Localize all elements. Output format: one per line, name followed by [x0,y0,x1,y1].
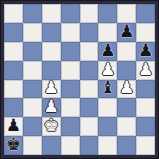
square-e6[interactable] [80,42,99,61]
square-h4[interactable] [136,80,155,99]
square-d2[interactable] [61,117,80,136]
square-h7[interactable] [136,23,155,42]
square-c6[interactable] [42,42,61,61]
square-e1[interactable] [80,136,99,155]
chess-board-frame: ♟♟♟♟♟♟♝♟♟♟♚♚ [0,0,159,159]
square-d1[interactable] [61,136,80,155]
black-pawn[interactable]: ♟ [138,42,153,59]
square-b6[interactable] [23,42,42,61]
square-h5[interactable]: ♟ [136,61,155,80]
square-f6[interactable]: ♟ [98,42,117,61]
square-d8[interactable] [61,4,80,23]
square-d6[interactable] [61,42,80,61]
square-f7[interactable] [98,23,117,42]
square-d7[interactable] [61,23,80,42]
square-c5[interactable] [42,61,61,80]
square-c1[interactable] [42,136,61,155]
square-a7[interactable] [4,23,23,42]
square-h6[interactable]: ♟ [136,42,155,61]
white-pawn[interactable]: ♟ [119,80,134,97]
square-g7[interactable]: ♟ [117,23,136,42]
black-king[interactable]: ♚ [6,136,21,153]
square-c8[interactable] [42,4,61,23]
square-h3[interactable] [136,98,155,117]
square-g2[interactable] [117,117,136,136]
square-g4[interactable]: ♟ [117,80,136,99]
square-d4[interactable] [61,80,80,99]
square-a3[interactable] [4,98,23,117]
square-e3[interactable] [80,98,99,117]
square-h8[interactable] [136,4,155,23]
white-king[interactable]: ♚ [44,117,59,134]
square-e7[interactable] [80,23,99,42]
square-e8[interactable] [80,4,99,23]
square-e4[interactable] [80,80,99,99]
square-g1[interactable] [117,136,136,155]
chess-board: ♟♟♟♟♟♟♝♟♟♟♚♚ [4,4,155,155]
square-f2[interactable] [98,117,117,136]
square-h1[interactable] [136,136,155,155]
square-e2[interactable] [80,117,99,136]
square-e5[interactable] [80,61,99,80]
square-f1[interactable] [98,136,117,155]
square-f4[interactable]: ♝ [98,80,117,99]
square-g6[interactable] [117,42,136,61]
square-g3[interactable] [117,98,136,117]
square-c4[interactable]: ♟ [42,80,61,99]
square-h2[interactable] [136,117,155,136]
black-pawn[interactable]: ♟ [100,42,115,59]
square-d3[interactable] [61,98,80,117]
square-a8[interactable] [4,4,23,23]
square-b2[interactable] [23,117,42,136]
square-b5[interactable] [23,61,42,80]
black-pawn[interactable]: ♟ [6,117,21,134]
black-pawn[interactable]: ♟ [119,23,134,40]
square-c2[interactable]: ♚ [42,117,61,136]
square-b4[interactable] [23,80,42,99]
square-a2[interactable]: ♟ [4,117,23,136]
square-c7[interactable] [42,23,61,42]
square-a4[interactable] [4,80,23,99]
white-pawn[interactable]: ♟ [100,61,115,78]
square-d5[interactable] [61,61,80,80]
black-bishop[interactable]: ♝ [100,80,115,97]
square-f3[interactable] [98,98,117,117]
white-pawn[interactable]: ♟ [44,80,59,97]
square-b1[interactable] [23,136,42,155]
square-a1[interactable]: ♚ [4,136,23,155]
square-b7[interactable] [23,23,42,42]
square-b8[interactable] [23,4,42,23]
square-c3[interactable]: ♟ [42,98,61,117]
white-pawn[interactable]: ♟ [138,61,153,78]
square-g8[interactable] [117,4,136,23]
white-pawn[interactable]: ♟ [44,98,59,115]
square-g5[interactable] [117,61,136,80]
square-f5[interactable]: ♟ [98,61,117,80]
square-b3[interactable] [23,98,42,117]
square-f8[interactable] [98,4,117,23]
square-a5[interactable] [4,61,23,80]
square-a6[interactable] [4,42,23,61]
